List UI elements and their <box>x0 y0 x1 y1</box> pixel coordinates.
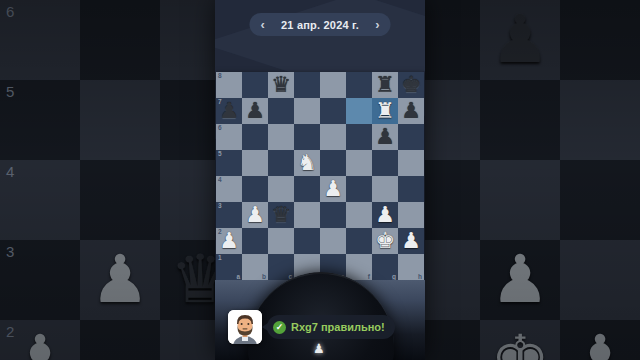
square-c3[interactable]: ♛ <box>268 202 294 228</box>
bg-white-pawn-g3: ♟ <box>490 247 549 313</box>
square-f3[interactable] <box>346 202 372 228</box>
square-h4[interactable] <box>398 176 424 202</box>
square-e8[interactable] <box>320 72 346 98</box>
square-e3[interactable] <box>320 202 346 228</box>
file-label-b: b <box>262 273 266 280</box>
square-f1[interactable]: f <box>346 254 372 280</box>
black-pawn-h7: ♟ <box>401 100 421 122</box>
square-a2[interactable]: 2♟ <box>216 228 242 254</box>
bg-square-h4 <box>560 160 640 240</box>
bg-white-pawn-b3: ♟ <box>90 247 149 313</box>
square-c8[interactable]: ♛ <box>268 72 294 98</box>
rank-label-7: 7 <box>218 98 222 105</box>
file-label-a: a <box>236 273 240 280</box>
bg-square-g6: ♟ <box>480 0 560 80</box>
prev-day-icon[interactable]: ‹ <box>261 18 265 31</box>
square-a5[interactable]: 5 <box>216 150 242 176</box>
square-b4[interactable] <box>242 176 268 202</box>
square-b1[interactable]: b <box>242 254 268 280</box>
bg-square-b3: ♟ <box>80 240 160 320</box>
square-g6[interactable]: ♟ <box>372 124 398 150</box>
square-h2[interactable]: ♟ <box>398 228 424 254</box>
bg-square-g4 <box>480 160 560 240</box>
square-f8[interactable] <box>346 72 372 98</box>
coach-avatar-illustration <box>228 310 262 344</box>
square-a1[interactable]: 1a <box>216 254 242 280</box>
square-f2[interactable] <box>346 228 372 254</box>
square-c1[interactable]: c <box>268 254 294 280</box>
correct-check-icon: ✓ <box>273 321 286 334</box>
square-g5[interactable] <box>372 150 398 176</box>
square-g2[interactable]: ♚ <box>372 228 398 254</box>
rank-label-6: 6 <box>218 124 222 131</box>
feedback-bubble: ✓ Rxg7 правильно! <box>267 315 395 339</box>
square-g8[interactable]: ♜ <box>372 72 398 98</box>
bg-square-g5 <box>480 80 560 160</box>
square-h3[interactable] <box>398 202 424 228</box>
rank-label-1: 1 <box>218 254 222 261</box>
bg-square-h5 <box>560 80 640 160</box>
file-label-f: f <box>368 273 370 280</box>
phone-screenshot: ‹ 21 апр. 2024 г. › 8♛♜♚7♟♟♜♟6♟5♞4♟3♟♛♟2… <box>215 0 425 360</box>
square-b5[interactable] <box>242 150 268 176</box>
bg-square-a4: 4 <box>0 160 80 240</box>
bg-square-b6 <box>80 0 160 80</box>
square-f7[interactable] <box>346 98 372 124</box>
square-c2[interactable] <box>268 228 294 254</box>
bg-white-king-g2: ♚ <box>490 327 549 360</box>
bg-rank-label-4: 4 <box>6 163 14 180</box>
rank-label-3: 3 <box>218 202 222 209</box>
black-queen-c3: ♛ <box>271 204 291 226</box>
white-pawn-e4: ♟ <box>323 178 343 200</box>
square-a7[interactable]: 7♟ <box>216 98 242 124</box>
bg-rank-label-6: 6 <box>6 3 14 20</box>
square-g1[interactable]: g <box>372 254 398 280</box>
bg-square-h3 <box>560 240 640 320</box>
bg-square-g2: ♚ <box>480 320 560 360</box>
white-king-g2: ♚ <box>375 230 395 252</box>
white-rook-g7: ♜ <box>375 100 395 122</box>
square-f6[interactable] <box>346 124 372 150</box>
square-d6[interactable] <box>294 124 320 150</box>
white-pawn-a2: ♟ <box>219 230 239 252</box>
rank-label-8: 8 <box>218 72 222 79</box>
square-g4[interactable] <box>372 176 398 202</box>
date-navigator[interactable]: ‹ 21 апр. 2024 г. › <box>250 13 391 36</box>
puzzle-board[interactable]: 8♛♜♚7♟♟♜♟6♟5♞4♟3♟♛♟2♟♚♟1abcdefgh <box>216 72 424 280</box>
bg-square-h6 <box>560 0 640 80</box>
bg-square-g3: ♟ <box>480 240 560 320</box>
bg-rank-label-2: 2 <box>6 323 14 340</box>
square-e6[interactable] <box>320 124 346 150</box>
black-pawn-g6: ♟ <box>375 126 395 148</box>
square-d7[interactable] <box>294 98 320 124</box>
square-h5[interactable] <box>398 150 424 176</box>
small-white-pawn-photo: ♟ <box>313 341 325 356</box>
square-e7[interactable] <box>320 98 346 124</box>
black-pawn-a7: ♟ <box>219 100 239 122</box>
square-f5[interactable] <box>346 150 372 176</box>
black-king-h8: ♚ <box>401 74 421 96</box>
square-a3[interactable]: 3 <box>216 202 242 228</box>
square-d3[interactable] <box>294 202 320 228</box>
square-e2[interactable] <box>320 228 346 254</box>
bg-square-a2: 2♟ <box>0 320 80 360</box>
bg-white-pawn-a2: ♟ <box>10 327 69 360</box>
bg-square-a3: 3 <box>0 240 80 320</box>
square-h1[interactable]: h <box>398 254 424 280</box>
black-rook-g8: ♜ <box>375 74 395 96</box>
square-d4[interactable] <box>294 176 320 202</box>
square-b6[interactable] <box>242 124 268 150</box>
square-a4[interactable]: 4 <box>216 176 242 202</box>
black-pawn-b7: ♟ <box>245 100 265 122</box>
square-d8[interactable] <box>294 72 320 98</box>
square-a6[interactable]: 6 <box>216 124 242 150</box>
square-a8[interactable]: 8 <box>216 72 242 98</box>
screen: 6♟5♞4♟3♟♛♟2♟♚♟ ‹ 21 апр. 2024 г. › 8♛♜♚7… <box>0 0 640 360</box>
square-b8[interactable] <box>242 72 268 98</box>
bg-rank-label-3: 3 <box>6 243 14 260</box>
square-c4[interactable] <box>268 176 294 202</box>
white-knight-d5: ♞ <box>297 152 317 174</box>
square-c5[interactable] <box>268 150 294 176</box>
square-d5[interactable]: ♞ <box>294 150 320 176</box>
black-queen-c8: ♛ <box>271 74 291 96</box>
square-b7[interactable]: ♟ <box>242 98 268 124</box>
rank-label-4: 4 <box>218 176 222 183</box>
square-g3[interactable]: ♟ <box>372 202 398 228</box>
bg-square-b4 <box>80 160 160 240</box>
bg-black-pawn-g6: ♟ <box>490 7 549 73</box>
bg-square-b2 <box>80 320 160 360</box>
rank-label-2: 2 <box>218 228 222 235</box>
bg-square-a6: 6 <box>0 0 80 80</box>
white-pawn-h2: ♟ <box>401 230 421 252</box>
coach-avatar <box>228 310 262 344</box>
feedback-text: Rxg7 правильно! <box>291 321 385 333</box>
bg-white-pawn-h2: ♟ <box>570 327 629 360</box>
white-pawn-b3: ♟ <box>245 204 265 226</box>
rank-label-5: 5 <box>218 150 222 157</box>
file-label-g: g <box>392 273 396 280</box>
square-g7[interactable]: ♜ <box>372 98 398 124</box>
white-pawn-g3: ♟ <box>375 204 395 226</box>
square-h7[interactable]: ♟ <box>398 98 424 124</box>
file-label-h: h <box>418 273 422 280</box>
square-d2[interactable] <box>294 228 320 254</box>
square-c7[interactable] <box>268 98 294 124</box>
bg-square-b5 <box>80 80 160 160</box>
square-e5[interactable] <box>320 150 346 176</box>
square-c6[interactable] <box>268 124 294 150</box>
square-f4[interactable] <box>346 176 372 202</box>
bg-square-a5: 5 <box>0 80 80 160</box>
bg-square-h2: ♟ <box>560 320 640 360</box>
square-e4[interactable]: ♟ <box>320 176 346 202</box>
square-h6[interactable] <box>398 124 424 150</box>
square-b2[interactable] <box>242 228 268 254</box>
square-b3[interactable]: ♟ <box>242 202 268 228</box>
date-label[interactable]: 21 апр. 2024 г. <box>281 19 359 31</box>
bg-rank-label-5: 5 <box>6 83 14 100</box>
next-day-icon[interactable]: › <box>375 18 379 31</box>
square-h8[interactable]: ♚ <box>398 72 424 98</box>
